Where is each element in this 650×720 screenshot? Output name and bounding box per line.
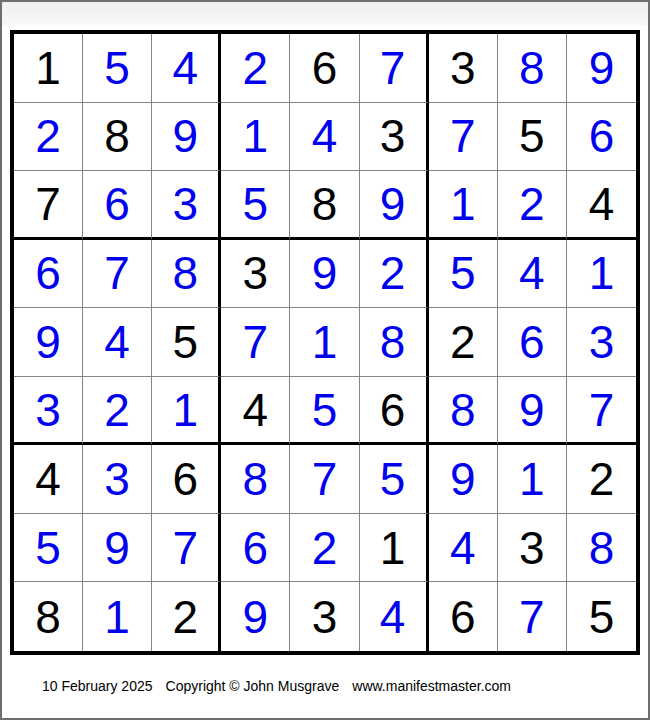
cell-r4c1: 6 (14, 240, 83, 309)
cell-r4c7: 5 (429, 240, 498, 309)
cell-r6c7: 8 (429, 377, 498, 446)
cell-r5c9: 3 (567, 308, 636, 377)
cell-r9c1: 8 (14, 582, 83, 651)
cell-r7c2: 3 (83, 445, 152, 514)
footer-copyright: Copyright © John Musgrave (166, 678, 340, 694)
cell-r6c5: 5 (290, 377, 359, 446)
cell-r8c5: 2 (290, 514, 359, 583)
cell-r3c2: 6 (83, 171, 152, 240)
cell-r3c1: 7 (14, 171, 83, 240)
cell-r8c2: 9 (83, 514, 152, 583)
cell-r1c6: 7 (360, 34, 429, 103)
cell-r9c5: 3 (290, 582, 359, 651)
cell-r5c6: 8 (360, 308, 429, 377)
cell-r2c1: 2 (14, 103, 83, 172)
cell-r2c2: 8 (83, 103, 152, 172)
cell-r4c3: 8 (152, 240, 221, 309)
cell-r7c9: 2 (567, 445, 636, 514)
cell-r1c7: 3 (429, 34, 498, 103)
cell-r2c8: 5 (498, 103, 567, 172)
cell-r7c5: 7 (290, 445, 359, 514)
cell-r8c4: 6 (221, 514, 290, 583)
cell-r9c6: 4 (360, 582, 429, 651)
cell-r8c1: 5 (14, 514, 83, 583)
cell-r8c3: 7 (152, 514, 221, 583)
page: 1542673892891437567635891246783925419457… (0, 0, 650, 720)
cell-r3c8: 2 (498, 171, 567, 240)
cell-r4c4: 3 (221, 240, 290, 309)
cell-r7c1: 4 (14, 445, 83, 514)
cell-r3c5: 8 (290, 171, 359, 240)
cell-r4c6: 2 (360, 240, 429, 309)
cell-r2c4: 1 (221, 103, 290, 172)
cell-r9c3: 2 (152, 582, 221, 651)
cell-r6c4: 4 (221, 377, 290, 446)
cell-r3c7: 1 (429, 171, 498, 240)
cell-r3c9: 4 (567, 171, 636, 240)
cell-r6c1: 3 (14, 377, 83, 446)
top-strip (2, 2, 648, 25)
cell-r5c5: 1 (290, 308, 359, 377)
footer: 10 February 2025 Copyright © John Musgra… (42, 678, 511, 694)
cell-r6c8: 9 (498, 377, 567, 446)
cell-r4c8: 4 (498, 240, 567, 309)
cell-r5c8: 6 (498, 308, 567, 377)
cell-r1c8: 8 (498, 34, 567, 103)
cell-r8c7: 4 (429, 514, 498, 583)
cell-r6c6: 6 (360, 377, 429, 446)
cell-r7c6: 5 (360, 445, 429, 514)
cell-r5c7: 2 (429, 308, 498, 377)
cell-r8c6: 1 (360, 514, 429, 583)
cell-r6c2: 2 (83, 377, 152, 446)
cell-r3c4: 5 (221, 171, 290, 240)
cell-r2c9: 6 (567, 103, 636, 172)
cell-r2c3: 9 (152, 103, 221, 172)
cell-r5c3: 5 (152, 308, 221, 377)
cell-r9c4: 9 (221, 582, 290, 651)
cell-r5c2: 4 (83, 308, 152, 377)
cell-r8c8: 3 (498, 514, 567, 583)
footer-date: 10 February 2025 (42, 678, 153, 694)
cell-r8c9: 8 (567, 514, 636, 583)
cell-r7c8: 1 (498, 445, 567, 514)
sudoku-board: 1542673892891437567635891246783925419457… (10, 30, 640, 655)
cell-r7c4: 8 (221, 445, 290, 514)
cell-r3c6: 9 (360, 171, 429, 240)
cell-r9c2: 1 (83, 582, 152, 651)
cell-r1c9: 9 (567, 34, 636, 103)
cell-r3c3: 3 (152, 171, 221, 240)
cell-r4c9: 1 (567, 240, 636, 309)
cell-r2c5: 4 (290, 103, 359, 172)
cell-r4c5: 9 (290, 240, 359, 309)
cell-r9c7: 6 (429, 582, 498, 651)
cell-r1c1: 1 (14, 34, 83, 103)
cell-r4c2: 7 (83, 240, 152, 309)
cell-r6c9: 7 (567, 377, 636, 446)
footer-website: www.manifestmaster.com (352, 678, 511, 694)
cell-r6c3: 1 (152, 377, 221, 446)
cell-r1c3: 4 (152, 34, 221, 103)
cell-r1c2: 5 (83, 34, 152, 103)
cell-r7c7: 9 (429, 445, 498, 514)
cell-r9c8: 7 (498, 582, 567, 651)
cell-r2c6: 3 (360, 103, 429, 172)
cell-r1c5: 6 (290, 34, 359, 103)
cell-r9c9: 5 (567, 582, 636, 651)
cell-r5c1: 9 (14, 308, 83, 377)
cell-r7c3: 6 (152, 445, 221, 514)
cell-r1c4: 2 (221, 34, 290, 103)
cell-r2c7: 7 (429, 103, 498, 172)
cell-r5c4: 7 (221, 308, 290, 377)
